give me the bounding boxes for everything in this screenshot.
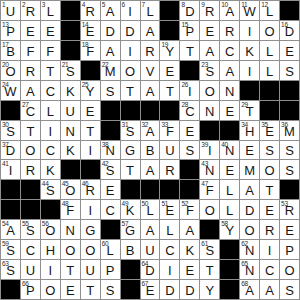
cell-r14c5[interactable]: U xyxy=(81,260,100,279)
cell-r11c6[interactable]: C xyxy=(101,200,120,219)
cell-r12c5[interactable]: G xyxy=(81,220,100,239)
cell-r11c9[interactable]: 51E xyxy=(160,200,179,219)
cell-r14c9[interactable]: I xyxy=(160,260,179,279)
cell-r14c11[interactable]: T xyxy=(200,260,219,279)
black-cell xyxy=(1,200,20,219)
cell-letter: T xyxy=(206,264,214,278)
cell-r12c8[interactable]: A xyxy=(141,220,160,239)
cell-r14c15[interactable]: O xyxy=(280,260,299,279)
cell-letter: S xyxy=(285,284,294,298)
cell-r9c6[interactable]: 42S xyxy=(101,160,120,179)
cell-r8c8[interactable]: B xyxy=(141,141,160,160)
cell-letter: O xyxy=(125,65,135,79)
clue-number: 58 xyxy=(221,220,228,227)
cell-r12c12[interactable]: 58Y xyxy=(220,220,239,239)
clue-number: 27 xyxy=(22,101,29,108)
black-cell xyxy=(61,41,80,60)
cell-r2c15[interactable]: 16D xyxy=(280,21,299,40)
cell-r14c10[interactable]: E xyxy=(180,260,199,279)
cell-r4c13[interactable]: I xyxy=(240,61,259,80)
cell-r4c8[interactable]: V xyxy=(141,61,160,80)
cell-r14c8[interactable]: 64D xyxy=(141,260,160,279)
black-cell xyxy=(61,160,80,179)
cell-r7c14[interactable]: 35E xyxy=(260,121,279,140)
cell-letter: T xyxy=(86,125,94,139)
cell-letter: I xyxy=(88,144,92,158)
clue-number: 12 xyxy=(261,1,268,8)
cell-r11c7[interactable]: 49K xyxy=(121,200,140,219)
cell-letter: T xyxy=(126,85,134,99)
clue-number: 30 xyxy=(2,121,9,128)
cell-r15c13[interactable]: 68A xyxy=(240,280,259,299)
cell-letter: A xyxy=(146,85,155,99)
cell-r4c14[interactable]: L xyxy=(260,61,279,80)
cell-r6c2[interactable]: 27C xyxy=(21,101,40,120)
cell-r4c15[interactable]: S xyxy=(280,61,299,80)
cell-r3c14[interactable]: L xyxy=(260,41,279,60)
cell-r8c5[interactable]: I xyxy=(81,141,100,160)
clue-number: 4 xyxy=(82,1,85,8)
cell-r4c6[interactable]: 22M xyxy=(101,61,120,80)
cell-r15c6[interactable]: S xyxy=(101,280,120,299)
cell-r14c1[interactable]: 63S xyxy=(1,260,20,279)
cell-letter: C xyxy=(46,85,55,99)
cell-letter: T xyxy=(26,125,34,139)
cell-r14c4[interactable]: T xyxy=(61,260,80,279)
cell-r3c2[interactable]: F xyxy=(21,41,40,60)
cell-r9c2[interactable]: R xyxy=(21,160,40,179)
cell-letter: A xyxy=(245,184,254,198)
cell-r3c13[interactable]: K xyxy=(240,41,259,60)
cell-letter: E xyxy=(66,284,75,298)
cell-r3c1[interactable]: 17B xyxy=(1,41,20,60)
cell-r12c1[interactable]: 54A xyxy=(1,220,20,239)
clue-number: 16 xyxy=(281,21,288,28)
cell-r12c2[interactable]: 55S xyxy=(21,220,40,239)
cell-letter: C xyxy=(225,45,234,59)
cell-letter: O xyxy=(265,164,275,178)
cell-r6c5[interactable]: E xyxy=(81,101,100,120)
cell-r9c9[interactable]: R xyxy=(160,160,179,179)
cell-r9c7[interactable]: T xyxy=(121,160,140,179)
cell-r2c14[interactable]: O xyxy=(260,21,279,40)
clue-number: 51 xyxy=(161,200,168,207)
cell-r11c4[interactable]: 48F xyxy=(61,200,80,219)
cell-r15c3[interactable]: O xyxy=(41,280,60,299)
cell-r2c7[interactable]: D xyxy=(121,21,140,40)
cell-r5c6[interactable]: S xyxy=(101,81,120,100)
cell-letter: R xyxy=(26,164,35,178)
clue-number: 37 xyxy=(2,141,9,148)
cell-r12c15[interactable]: E xyxy=(280,220,299,239)
black-cell xyxy=(260,101,279,120)
cell-r4c12[interactable]: A xyxy=(220,61,239,80)
cell-letter: C xyxy=(46,144,55,158)
cell-r13c5[interactable]: O xyxy=(81,240,100,259)
black-cell xyxy=(101,121,120,140)
cell-r2c8[interactable]: A xyxy=(141,21,160,40)
cell-letter: T xyxy=(66,264,74,278)
cell-r5c12[interactable]: N xyxy=(220,81,239,100)
cell-r2c6[interactable]: D xyxy=(101,21,120,40)
cell-letter: I xyxy=(168,264,172,278)
cell-r8c10[interactable]: S xyxy=(180,141,199,160)
cell-r2c12[interactable]: R xyxy=(220,21,239,40)
cell-r12c13[interactable]: O xyxy=(240,220,259,239)
black-cell xyxy=(141,180,160,199)
cell-r5c2[interactable]: A xyxy=(21,81,40,100)
cell-r15c15[interactable]: S xyxy=(280,280,299,299)
clue-number: 42 xyxy=(102,160,109,167)
cell-r13c14[interactable]: I xyxy=(260,240,279,259)
clue-number: 34 xyxy=(241,121,248,128)
cell-letter: N xyxy=(66,224,75,238)
cell-r14c2[interactable]: U xyxy=(21,260,40,279)
clue-number: 61 xyxy=(201,240,208,247)
cell-letter: O xyxy=(284,264,294,278)
cell-r7c15[interactable]: 36M xyxy=(280,121,299,140)
cell-r7c1[interactable]: 30S xyxy=(1,121,20,140)
cell-letter: K xyxy=(186,244,195,258)
clue-number: 5 xyxy=(102,1,105,8)
cell-r3c3[interactable]: F xyxy=(41,41,60,60)
cell-r10c4[interactable]: 45O xyxy=(61,180,80,199)
cell-r8c7[interactable]: G xyxy=(121,141,140,160)
clue-number: 38 xyxy=(102,141,109,148)
clue-number: 48 xyxy=(62,200,69,207)
cell-letter: O xyxy=(65,244,75,258)
cell-r12c4[interactable]: N xyxy=(61,220,80,239)
cell-r13c15[interactable]: P xyxy=(280,240,299,259)
cell-r6c3[interactable]: L xyxy=(41,101,60,120)
black-cell xyxy=(240,81,259,100)
cell-r1c11[interactable]: 9R xyxy=(200,1,219,20)
clue-number: 11 xyxy=(241,1,247,8)
cell-r10c14[interactable]: T xyxy=(260,180,279,199)
cell-r11c14[interactable]: E xyxy=(260,200,279,219)
cell-r1c3[interactable]: 3L xyxy=(41,1,60,20)
cell-r9c15[interactable]: S xyxy=(280,160,299,179)
cell-r10c11[interactable]: 47F xyxy=(200,180,219,199)
cell-r1c14[interactable]: 12L xyxy=(260,1,279,20)
cell-r1c8[interactable]: 7L xyxy=(141,1,160,20)
clue-number: 25 xyxy=(82,81,89,88)
cell-r7c2[interactable]: T xyxy=(21,121,40,140)
cell-letter: R xyxy=(26,5,35,19)
clue-number: 46 xyxy=(82,180,89,187)
cell-r6c11[interactable]: N xyxy=(200,101,219,120)
clue-number: 45 xyxy=(62,180,69,187)
cell-r5c5[interactable]: 25Y xyxy=(81,81,100,100)
clue-number: 9 xyxy=(201,1,204,8)
cell-letter: I xyxy=(128,5,132,19)
clue-number: 10 xyxy=(221,1,228,8)
cell-r13c10[interactable]: K xyxy=(180,240,199,259)
cell-r14c6[interactable]: P xyxy=(101,260,120,279)
clue-number: 68 xyxy=(241,280,248,287)
cell-letter: U xyxy=(85,264,94,278)
cell-r1c7[interactable]: 6I xyxy=(121,1,140,20)
cell-r13c4[interactable]: O xyxy=(61,240,80,259)
cell-r14c13[interactable]: 65N xyxy=(240,260,259,279)
clue-number: 8 xyxy=(181,1,184,8)
cell-letter: I xyxy=(49,264,53,278)
cell-r12c9[interactable]: L xyxy=(160,220,179,239)
cell-r13c13[interactable]: 62N xyxy=(240,240,259,259)
cell-r6c12[interactable]: E xyxy=(220,101,239,120)
cell-r12c7[interactable]: 57G xyxy=(121,220,140,239)
black-cell xyxy=(280,1,299,20)
cell-letter: E xyxy=(285,224,294,238)
cell-r7c9[interactable]: 33F xyxy=(160,121,179,140)
cell-r11c12[interactable]: L xyxy=(220,200,239,219)
cell-r3c11[interactable]: A xyxy=(200,41,219,60)
cell-r13c1[interactable]: 59S xyxy=(1,240,20,259)
cell-r15c9[interactable]: D xyxy=(160,280,179,299)
cell-r13c11[interactable]: 61S xyxy=(200,240,219,259)
black-cell xyxy=(260,81,279,100)
black-cell xyxy=(280,101,299,120)
cell-letter: R xyxy=(85,5,94,19)
cell-r15c4[interactable]: E xyxy=(61,280,80,299)
cell-r5c1[interactable]: 24W xyxy=(1,81,20,100)
cell-letter: D xyxy=(185,284,194,298)
cell-letter: D xyxy=(185,5,194,19)
cell-r9c11[interactable]: 43N xyxy=(200,160,219,179)
cell-r13c8[interactable]: U xyxy=(141,240,160,259)
cell-r8c11[interactable]: 39I xyxy=(200,141,219,160)
cell-r7c8[interactable]: 32A xyxy=(141,121,160,140)
cell-r10c3[interactable]: 44S xyxy=(41,180,60,199)
cell-r14c3[interactable]: I xyxy=(41,260,60,279)
cell-r4c2[interactable]: R xyxy=(21,61,40,80)
black-cell xyxy=(1,180,20,199)
cell-letter: R xyxy=(205,5,214,19)
black-cell xyxy=(160,21,179,40)
cell-r5c3[interactable]: C xyxy=(41,81,60,100)
cell-r8c3[interactable]: C xyxy=(41,141,60,160)
clue-number: 28 xyxy=(181,101,188,108)
cell-r1c2[interactable]: 2R xyxy=(21,1,40,20)
cell-r9c1[interactable]: 41I xyxy=(1,160,20,179)
cell-r4c3[interactable]: T xyxy=(41,61,60,80)
cell-letter: O xyxy=(205,85,215,99)
black-cell xyxy=(81,61,100,80)
black-cell xyxy=(1,280,20,299)
cell-r5c9[interactable]: T xyxy=(160,81,179,100)
cell-r10c6[interactable]: E xyxy=(101,180,120,199)
cell-r2c1[interactable]: 13P xyxy=(1,21,20,40)
cell-letter: A xyxy=(26,85,35,99)
cell-r2c2[interactable]: E xyxy=(21,21,40,40)
cell-r6c13[interactable]: 29T xyxy=(240,101,259,120)
cell-r2c11[interactable]: E xyxy=(200,21,219,40)
black-cell xyxy=(121,260,140,279)
cell-r4c11[interactable]: 23S xyxy=(200,61,219,80)
cell-r9c13[interactable]: M xyxy=(240,160,259,179)
cell-r13c7[interactable]: B xyxy=(121,240,140,259)
cell-letter: C xyxy=(265,264,274,278)
black-cell xyxy=(121,101,140,120)
cell-letter: L xyxy=(226,184,233,198)
cell-r15c5[interactable]: T xyxy=(81,280,100,299)
cell-r7c4[interactable]: N xyxy=(61,121,80,140)
cell-r7c7[interactable]: 31S xyxy=(121,121,140,140)
black-cell xyxy=(61,21,80,40)
cell-r13c3[interactable]: H xyxy=(41,240,60,259)
cell-r15c11[interactable]: Y xyxy=(200,280,219,299)
cell-letter: K xyxy=(46,164,55,178)
cell-r10c12[interactable]: L xyxy=(220,180,239,199)
cell-letter: A xyxy=(146,224,155,238)
cell-letter: D xyxy=(125,25,134,39)
cell-letter: N xyxy=(205,105,214,119)
cell-r6c10[interactable]: 28C xyxy=(180,101,199,120)
cell-r3c12[interactable]: C xyxy=(220,41,239,60)
cell-letter: C xyxy=(26,244,35,258)
clue-number: 36 xyxy=(281,121,288,128)
clue-number: 52 xyxy=(181,200,188,207)
cell-r4c1[interactable]: 20O xyxy=(1,61,20,80)
cell-r13c9[interactable]: C xyxy=(160,240,179,259)
cell-letter: L xyxy=(166,224,173,238)
cell-r12c3[interactable]: 56O xyxy=(41,220,60,239)
cell-r8c2[interactable]: O xyxy=(21,141,40,160)
cell-r1c6[interactable]: 5A xyxy=(101,1,120,20)
cell-letter: L xyxy=(266,65,273,79)
cell-letter: O xyxy=(45,284,55,298)
crossword-board: 1U2R3L4R5A6I7L8D9R10A11W12L13PEE14EDDA15… xyxy=(0,0,300,300)
cell-r1c13[interactable]: 11W xyxy=(240,1,259,20)
cell-r15c2[interactable]: 66P xyxy=(21,280,40,299)
cell-r7c5[interactable]: T xyxy=(81,121,100,140)
cell-r3c8[interactable]: R xyxy=(141,41,160,60)
cell-letter: A xyxy=(146,164,155,178)
cell-r2c10[interactable]: 15P xyxy=(180,21,199,40)
cell-r15c10[interactable]: D xyxy=(180,280,199,299)
cell-letter: O xyxy=(85,244,95,258)
cell-r15c14[interactable]: A xyxy=(260,280,279,299)
cell-r15c8[interactable]: 67E xyxy=(141,280,160,299)
cell-r7c10[interactable]: E xyxy=(180,121,199,140)
clue-number: 18 xyxy=(82,41,89,48)
cell-r8c14[interactable]: S xyxy=(260,141,279,160)
clue-number: 3 xyxy=(42,1,45,8)
cell-letter: O xyxy=(265,25,275,39)
cell-r13c2[interactable]: C xyxy=(21,240,40,259)
cell-r2c13[interactable]: I xyxy=(240,21,259,40)
cell-r9c3[interactable]: K xyxy=(41,160,60,179)
cell-r4c9[interactable]: E xyxy=(160,61,179,80)
cell-r2c3[interactable]: E xyxy=(41,21,60,40)
clue-number: 26 xyxy=(181,81,188,88)
cell-r5c8[interactable]: A xyxy=(141,81,160,100)
cell-letter: I xyxy=(208,144,212,158)
clue-number: 17 xyxy=(2,41,9,48)
cell-r4c7[interactable]: O xyxy=(121,61,140,80)
cell-r11c8[interactable]: 50L xyxy=(141,200,160,219)
cell-r11c5[interactable]: I xyxy=(81,200,100,219)
cell-letter: A xyxy=(186,224,195,238)
cell-letter: E xyxy=(245,144,254,158)
cell-letter: I xyxy=(128,45,132,59)
cell-r7c3[interactable]: I xyxy=(41,121,60,140)
cell-r8c4[interactable]: K xyxy=(61,141,80,160)
cell-r3c15[interactable]: E xyxy=(280,41,299,60)
cell-letter: L xyxy=(266,45,273,59)
cell-r1c12[interactable]: 10A xyxy=(220,1,239,20)
cell-letter: L xyxy=(47,5,54,19)
cell-r5c11[interactable]: O xyxy=(200,81,219,100)
cell-r11c13[interactable]: D xyxy=(240,200,259,219)
black-cell xyxy=(41,200,60,219)
cell-letter: I xyxy=(9,164,13,178)
clue-number: 44 xyxy=(42,180,49,187)
cell-letter: P xyxy=(285,244,294,258)
cell-letter: E xyxy=(106,184,115,198)
black-cell xyxy=(180,160,199,179)
cell-r3c7[interactable]: I xyxy=(121,41,140,60)
cell-r6c4[interactable]: U xyxy=(61,101,80,120)
cell-r14c14[interactable]: C xyxy=(260,260,279,279)
cell-r8c9[interactable]: U xyxy=(160,141,179,160)
cell-letter: S xyxy=(106,85,115,99)
cell-r4c4[interactable]: 21S xyxy=(61,61,80,80)
clue-number: 29 xyxy=(241,101,248,108)
cell-r11c11[interactable]: O xyxy=(200,200,219,219)
cell-r8c12[interactable]: 40N xyxy=(220,141,239,160)
cell-letter: S xyxy=(285,144,294,158)
cell-letter: E xyxy=(46,25,55,39)
cell-letter: E xyxy=(186,264,195,278)
clue-number: 53 xyxy=(281,200,288,207)
cell-r10c5[interactable]: 46R xyxy=(81,180,100,199)
cell-r3c5[interactable]: 18F xyxy=(81,41,100,60)
cell-r12c14[interactable]: R xyxy=(260,220,279,239)
cell-r8c1[interactable]: 37D xyxy=(1,141,20,160)
cell-r11c10[interactable]: 52F xyxy=(180,200,199,219)
black-cell xyxy=(121,180,140,199)
cell-r12c10[interactable]: A xyxy=(180,220,199,239)
cell-letter: L xyxy=(146,5,153,19)
cell-r3c9[interactable]: 19Y xyxy=(160,41,179,60)
cell-letter: K xyxy=(66,85,75,99)
cell-r1c1[interactable]: 1U xyxy=(1,1,20,20)
cell-r9c12[interactable]: E xyxy=(220,160,239,179)
cell-r5c7[interactable]: T xyxy=(121,81,140,100)
cell-r10c13[interactable]: A xyxy=(240,180,259,199)
cell-r8c13[interactable]: E xyxy=(240,141,259,160)
cell-r9c14[interactable]: O xyxy=(260,160,279,179)
cell-r5c4[interactable]: K xyxy=(61,81,80,100)
cell-r13c6[interactable]: 60L xyxy=(101,240,120,259)
black-cell xyxy=(21,200,40,219)
cell-r7c13[interactable]: 34H xyxy=(240,121,259,140)
cell-r9c8[interactable]: A xyxy=(141,160,160,179)
cell-r8c15[interactable]: S xyxy=(280,141,299,160)
cell-r1c5[interactable]: 4R xyxy=(81,1,100,20)
cell-r11c15[interactable]: 53R xyxy=(280,200,299,219)
cell-letter: R xyxy=(165,164,174,178)
cell-r5c10[interactable]: 26I xyxy=(180,81,199,100)
cell-r8c6[interactable]: 38N xyxy=(101,141,120,160)
clue-number: 32 xyxy=(142,121,149,128)
cell-r1c10[interactable]: 8D xyxy=(180,1,199,20)
cell-letter: F xyxy=(46,45,54,59)
cell-r3c10[interactable]: T xyxy=(180,41,199,60)
cell-r2c5[interactable]: 14E xyxy=(81,21,100,40)
cell-r3c6[interactable]: A xyxy=(101,41,120,60)
